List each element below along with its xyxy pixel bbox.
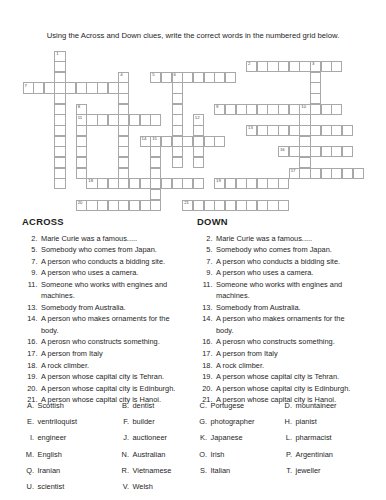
grid-cell-r8-c15[interactable] — [182, 136, 193, 147]
down-clue-text-5: Somebody who comes from Japan. — [216, 245, 332, 254]
word-bank-item-F: F.builder — [117, 414, 195, 430]
word-bank-word-T: jeweller — [296, 466, 321, 475]
word-bank-item-J: J.auctioneer — [117, 430, 195, 446]
grid-cell-r6-c11[interactable] — [140, 114, 151, 125]
grid-cell-r5-c18[interactable]: 9 — [214, 104, 225, 115]
across-clue-11: 11.Someone who works with engines andmac… — [22, 279, 194, 302]
grid-cell-r3-c9[interactable] — [118, 82, 129, 93]
grid-cell-r3-c4[interactable] — [65, 82, 76, 93]
word-bank-word-S: Italian — [211, 466, 231, 475]
across-clue-number-5: 5. — [22, 244, 38, 256]
grid-cell-r14-c5[interactable]: 20 — [76, 200, 87, 211]
word-bank-letter-I: I. — [22, 430, 34, 446]
grid-cell-r12-c3[interactable] — [54, 178, 65, 189]
word-bank-word-J: auctioneer — [133, 433, 168, 442]
grid-cell-r10-c9[interactable] — [118, 157, 129, 168]
grid-cell-r6-c16[interactable]: 12 — [193, 114, 204, 125]
grid-cell-r6-c8[interactable] — [108, 114, 119, 125]
grid-cell-r5-c20[interactable] — [236, 104, 247, 115]
grid-cell-r9-c28[interactable] — [321, 146, 332, 157]
grid-cell-r12-c6[interactable]: 18 — [86, 178, 97, 189]
grid-cell-r12-c7[interactable] — [97, 178, 108, 189]
word-bank-letter-E: E. — [22, 414, 34, 430]
word-bank-word-V: Welsh — [133, 482, 153, 491]
down-clue-19: 19.A person whose capital city is Tehran… — [197, 371, 377, 383]
word-bank-letter-U: U. — [22, 479, 34, 495]
grid-cell-r14-c21[interactable] — [246, 200, 257, 211]
word-bank-letter-K: K. — [195, 430, 207, 446]
grid-cell-r5-c3[interactable] — [54, 104, 65, 115]
word-bank-item-U: U.scientist — [22, 479, 117, 495]
across-clue-text-13: Somebody from Australia. — [41, 303, 126, 312]
grid-cell-r9-c5[interactable] — [76, 146, 87, 157]
grid-cell-r11-c28[interactable] — [321, 168, 332, 179]
grid-cell-r11-c30[interactable] — [342, 168, 353, 179]
grid-cell-r11-c3[interactable] — [54, 168, 65, 179]
down-clue-number-7: 7. — [197, 256, 213, 268]
grid-cell-r9-c30[interactable] — [342, 146, 353, 157]
across-clue-20: 20.A person whose capital city is Edinbu… — [22, 383, 194, 395]
down-clue-text-19: A person whose capital city is Tehran. — [216, 372, 339, 381]
down-clue-5: 5.Somebody who comes from Japan. — [197, 244, 377, 256]
grid-cell-r6-c5[interactable]: 11 — [76, 114, 87, 125]
grid-cell-r9-c9[interactable] — [118, 146, 129, 157]
grid-cell-r7-c16[interactable] — [193, 125, 204, 136]
across-clue-text-19: A person whose capital city is Tehran. — [41, 372, 164, 381]
across-clue-number-13: 13. — [22, 302, 38, 314]
grid-cell-r11-c12[interactable] — [150, 168, 161, 179]
across-clue-14: 14.A person who makes ornaments for theb… — [22, 313, 194, 336]
across-clue-text-2: Marie Curie was a famous..... — [41, 234, 137, 243]
grid-cell-r6-c26[interactable] — [299, 114, 310, 125]
across-clue-text-9: A person who uses a camera. — [41, 268, 138, 277]
grid-cell-r2-c15[interactable] — [182, 72, 193, 83]
grid-cell-r14-c18[interactable] — [214, 200, 225, 211]
across-heading: ACROSS — [22, 216, 194, 227]
down-clue-2: 2.Marie Curie was a famous..... — [197, 233, 377, 245]
grid-cell-r5-c28[interactable] — [321, 104, 332, 115]
grid-cell-r14-c19[interactable] — [225, 200, 236, 211]
word-bank-item-O: O.Irish — [195, 447, 280, 463]
cell-number-19: 19 — [216, 179, 221, 184]
grid-cell-r12-c11[interactable] — [140, 178, 151, 189]
cell-number-12: 12 — [195, 116, 200, 121]
word-bank-letter-O: O. — [195, 447, 207, 463]
word-bank-item-B: B.dentist — [117, 398, 195, 414]
word-bank-word-M: English — [38, 450, 62, 459]
grid-cell-r12-c14[interactable] — [172, 178, 183, 189]
grid-cell-r7-c26[interactable] — [299, 125, 310, 136]
grid-cell-r3-c0[interactable]: 7 — [23, 82, 34, 93]
grid-cell-r2-c9[interactable]: 4 — [118, 72, 129, 83]
word-bank-letter-R: R. — [117, 463, 129, 479]
grid-cell-r10-c12[interactable] — [150, 157, 161, 168]
grid-cell-r9-c25[interactable] — [289, 146, 300, 157]
grid-cell-r0-c3[interactable]: 1 — [54, 51, 65, 62]
grid-cell-r14-c6[interactable] — [86, 200, 97, 211]
cell-number-8: 8 — [78, 105, 80, 110]
grid-cell-r7-c23[interactable] — [267, 125, 278, 136]
grid-cell-r9-c26[interactable] — [299, 146, 310, 157]
word-bank-word-N: Australian — [133, 450, 166, 459]
word-bank-letter-P: P. — [280, 447, 292, 463]
cell-number-7: 7 — [24, 84, 26, 89]
grid-cell-r12-c20[interactable] — [236, 178, 247, 189]
grid-cell-r12-c16[interactable] — [193, 178, 204, 189]
word-bank-letter-J: J. — [117, 430, 129, 446]
grid-cell-r4-c9[interactable] — [118, 93, 129, 104]
grid-cell-r14-c23[interactable] — [267, 200, 278, 211]
down-section: DOWN 2.Marie Curie was a famous.....5.So… — [197, 216, 377, 406]
grid-cell-r3-c7[interactable] — [97, 82, 108, 93]
down-clue-text-7: A person who conducts a bidding site. — [216, 257, 340, 266]
grid-cell-r8-c5[interactable] — [76, 136, 87, 147]
grid-cell-r13-c12[interactable] — [150, 189, 161, 200]
grid-cell-r9-c14[interactable] — [172, 146, 183, 157]
grid-cell-r8-c11[interactable]: 14 — [140, 136, 151, 147]
down-clue-16: 16.A perosn who constructs something. — [197, 336, 377, 348]
grid-cell-r2-c3[interactable] — [54, 72, 65, 83]
word-bank-word-E: ventriloquist — [38, 417, 77, 426]
grid-cell-r3-c27[interactable] — [310, 82, 321, 93]
grid-cell-r6-c14[interactable] — [172, 114, 183, 125]
word-bank-letter-B: B. — [117, 398, 129, 414]
cell-number-6: 6 — [173, 73, 175, 78]
down-clue-number-20: 20. — [197, 383, 213, 395]
word-bank-item-A: A.Scottish — [22, 398, 117, 414]
word-bank-letter-T: T. — [280, 463, 292, 479]
grid-cell-r10-c26[interactable] — [299, 157, 310, 168]
down-clue-14: 14.A person who makes ornaments for theb… — [197, 313, 377, 336]
word-bank-item-V: V.Welsh — [117, 479, 195, 495]
grid-cell-r7-c29[interactable] — [331, 125, 342, 136]
across-clue-text-17: A person from Italy — [41, 349, 103, 358]
grid-cell-r9-c12[interactable] — [150, 146, 161, 157]
grid-cell-r5-c26[interactable]: 10 — [299, 104, 310, 115]
worksheet-page: Using the Across and Down clues, write t… — [0, 0, 386, 500]
grid-cell-r12-c15[interactable] — [182, 178, 193, 189]
across-clue-number-17: 17. — [22, 348, 38, 360]
grid-cell-r14-c11[interactable] — [140, 200, 151, 211]
word-bank-item-C: C.Portugese — [195, 398, 280, 414]
down-clue-list: 2.Marie Curie was a famous.....5.Somebod… — [197, 233, 377, 406]
grid-cell-r14-c17[interactable] — [204, 200, 215, 211]
down-clue-number-5: 5. — [197, 244, 213, 256]
down-clue-text-20: A person whose capital city is Edinburgh… — [216, 384, 350, 393]
cell-number-14: 14 — [142, 137, 147, 142]
grid-cell-r4-c14[interactable] — [172, 93, 183, 104]
grid-cell-r14-c20[interactable] — [236, 200, 247, 211]
grid-cell-r12-c13[interactable] — [161, 178, 172, 189]
grid-cell-r6-c9[interactable] — [118, 114, 129, 125]
down-clue-9: 9.A person who uses a camera. — [197, 267, 377, 279]
grid-cell-r7-c21[interactable]: 13 — [246, 125, 257, 136]
grid-cell-r7-c30[interactable] — [342, 125, 353, 136]
across-clue-number-16: 16. — [22, 336, 38, 348]
across-clue-number-14: 14. — [22, 313, 38, 325]
cell-number-18: 18 — [88, 179, 93, 184]
grid-cell-r7-c28[interactable] — [321, 125, 332, 136]
down-clue-number-11: 11. — [197, 279, 213, 291]
word-bank-item-N: N.Australian — [117, 447, 195, 463]
grid-cell-r11-c29[interactable] — [331, 168, 342, 179]
word-bank-item-E: E.ventriloquist — [22, 414, 117, 430]
grid-cell-r5-c5[interactable]: 8 — [76, 104, 87, 115]
down-clue-number-19: 19. — [197, 371, 213, 383]
cell-number-1: 1 — [56, 52, 58, 57]
down-clue-text-9: A person who uses a camera. — [216, 268, 313, 277]
cell-number-11: 11 — [78, 116, 82, 121]
grid-cell-r14-c22[interactable] — [257, 200, 268, 211]
grid-cell-r9-c29[interactable] — [331, 146, 342, 157]
down-clue-13: 13.Somebody from Australia. — [197, 302, 377, 314]
grid-cell-r8-c17[interactable] — [204, 136, 215, 147]
across-clue-number-20: 20. — [22, 383, 38, 395]
grid-cell-r1-c22[interactable] — [257, 61, 268, 72]
word-bank-word-Q: Iranian — [38, 466, 61, 475]
grid-cell-r12-c19[interactable] — [225, 178, 236, 189]
word-bank-letter-G: G. — [195, 414, 207, 430]
grid-cell-r8-c26[interactable] — [299, 136, 310, 147]
grid-cell-r1-c27[interactable]: 3 — [310, 61, 321, 72]
grid-cell-r3-c3[interactable] — [54, 82, 65, 93]
word-bank-item-S: S.Italian — [195, 463, 280, 479]
grid-cell-r12-c22[interactable] — [257, 178, 268, 189]
grid-cell-r10-c5[interactable] — [76, 157, 87, 168]
grid-cell-r12-c18[interactable]: 19 — [214, 178, 225, 189]
grid-cell-r3-c8[interactable] — [108, 82, 119, 93]
grid-cell-r12-c10[interactable] — [129, 178, 140, 189]
word-bank-item-R: R.Vietnamese — [117, 463, 195, 479]
grid-cell-r10-c3[interactable] — [54, 157, 65, 168]
grid-cell-r11-c5[interactable] — [76, 168, 87, 179]
grid-cell-r3-c5[interactable] — [76, 82, 87, 93]
grid-cell-r2-c17[interactable] — [204, 72, 215, 83]
across-clue-number-19: 19. — [22, 371, 38, 383]
grid-cell-r6-c6[interactable] — [86, 114, 97, 125]
word-bank-word-H: pianist — [296, 417, 317, 426]
grid-cell-r3-c2[interactable] — [44, 82, 55, 93]
across-clue-18: 18.A rock climber. — [22, 360, 194, 372]
grid-cell-r1-c26[interactable] — [299, 61, 310, 72]
word-bank-item-K: K.Japanese — [195, 430, 280, 446]
cell-number-13: 13 — [248, 126, 253, 131]
across-clue-text-7: A person who conducts a bidding site. — [41, 257, 165, 266]
grid-cell-r12-c9[interactable] — [118, 178, 129, 189]
grid-cell-r14-c9[interactable] — [118, 200, 129, 211]
grid-cell-r5-c21[interactable] — [246, 104, 257, 115]
down-clue-text-13: Somebody from Australia. — [216, 303, 301, 312]
down-clue-number-18: 18. — [197, 360, 213, 372]
grid-cell-r14-c12[interactable] — [150, 200, 161, 211]
word-bank-letter-C: C. — [195, 398, 207, 414]
grid-cell-r8-c3[interactable] — [54, 136, 65, 147]
crossword-grid: 123456789101112131415161718192021 — [23, 51, 365, 211]
grid-cell-r7-c14[interactable] — [172, 125, 183, 136]
grid-cell-r1-c3[interactable] — [54, 61, 65, 72]
grid-cell-r3-c14[interactable] — [172, 82, 183, 93]
grid-cell-r1-c28[interactable] — [321, 61, 332, 72]
cell-number-21: 21 — [184, 201, 189, 206]
word-bank-letter-S: S. — [195, 463, 207, 479]
word-bank-letter-N: N. — [117, 447, 129, 463]
cell-number-3: 3 — [312, 62, 314, 67]
word-bank-letter-A: A. — [22, 398, 34, 414]
down-clue-number-17: 17. — [197, 348, 213, 360]
down-clue-17: 17.A person from Italy — [197, 348, 377, 360]
down-clue-number-13: 13. — [197, 302, 213, 314]
grid-cell-r5-c14[interactable] — [172, 104, 183, 115]
grid-cell-r7-c3[interactable] — [54, 125, 65, 136]
grid-cell-r1-c25[interactable] — [289, 61, 300, 72]
grid-cell-r2-c16[interactable] — [193, 72, 204, 83]
grid-cell-r7-c27[interactable] — [310, 125, 321, 136]
grid-cell-r8-c18[interactable] — [214, 136, 225, 147]
word-bank-word-R: Vietnamese — [133, 466, 172, 475]
grid-cell-r1-c29[interactable] — [331, 61, 342, 72]
word-bank-word-D: mountaineer — [296, 401, 337, 410]
grid-cell-r6-c10[interactable] — [129, 114, 140, 125]
word-bank-item-G: G.photographer — [195, 414, 280, 430]
grid-cell-r2-c19[interactable] — [225, 72, 236, 83]
grid-cell-r14-c15[interactable]: 21 — [182, 200, 193, 211]
grid-cell-r12-c12[interactable] — [150, 178, 161, 189]
word-bank-item-T: T.jeweller — [280, 463, 378, 479]
down-clue-20: 20.A person whose capital city is Edinbu… — [197, 383, 377, 395]
cell-number-10: 10 — [301, 105, 306, 110]
grid-cell-r9-c24[interactable]: 16 — [278, 146, 289, 157]
grid-cell-r11-c25[interactable]: 17 — [289, 168, 300, 179]
across-clue-13: 13.Somebody from Australia. — [22, 302, 194, 314]
down-clue-number-9: 9. — [197, 267, 213, 279]
grid-cell-r11-c27[interactable] — [310, 168, 321, 179]
down-clue-text-2: Marie Curie was a famous..... — [216, 234, 312, 243]
grid-cell-r12-c23[interactable] — [267, 178, 278, 189]
grid-cell-r2-c13[interactable] — [161, 72, 172, 83]
grid-cell-r5-c22[interactable] — [257, 104, 268, 115]
grid-cell-r7-c9[interactable] — [118, 125, 129, 136]
down-clue-text-18: A rock climber. — [216, 361, 264, 370]
grid-cell-r5-c24[interactable] — [278, 104, 289, 115]
down-clue-text-17: A person from Italy — [216, 349, 278, 358]
across-clue-7: 7.A person who conducts a bidding site. — [22, 256, 194, 268]
grid-cell-r9-c16[interactable] — [193, 146, 204, 157]
word-bank-word-K: Japanese — [211, 433, 243, 442]
grid-cell-r8-c13[interactable] — [161, 136, 172, 147]
grid-cell-r6-c12[interactable] — [150, 114, 161, 125]
word-bank: A.ScottishB.dentistC.PortugeseD.mountain… — [22, 398, 378, 495]
grid-cell-r7-c25[interactable] — [289, 125, 300, 136]
cell-number-17: 17 — [291, 169, 296, 174]
word-bank-word-F: builder — [133, 417, 155, 426]
grid-cell-r6-c3[interactable] — [54, 114, 65, 125]
grid-cell-r3-c1[interactable] — [33, 82, 44, 93]
down-clue-text-16: A perosn who constructs something. — [216, 337, 335, 346]
word-bank-letter-L: L. — [280, 430, 292, 446]
across-section: ACROSS 2.Marie Curie was a famous.....5.… — [22, 216, 194, 406]
word-bank-word-P: Argentinian — [296, 450, 333, 459]
word-bank-letter-D: D. — [280, 398, 292, 414]
grid-cell-r2-c14[interactable]: 6 — [172, 72, 183, 83]
grid-cell-r1-c21[interactable]: 2 — [246, 61, 257, 72]
grid-cell-r7-c5[interactable] — [76, 125, 87, 136]
grid-cell-r1-c24[interactable] — [278, 61, 289, 72]
grid-cell-r12-c24[interactable] — [278, 178, 289, 189]
word-bank-item-I: I.engineer — [22, 430, 117, 446]
grid-cell-r11-c9[interactable] — [118, 168, 129, 179]
grid-cell-r5-c27[interactable] — [310, 104, 321, 115]
grid-cell-r8-c14[interactable] — [172, 136, 183, 147]
across-clue-9: 9.A person who uses a camera. — [22, 267, 194, 279]
word-bank-letter-Q: Q. — [22, 463, 34, 479]
grid-cell-r11-c31[interactable] — [353, 168, 364, 179]
across-clue-text-14: A person who makes ornaments for thebody… — [41, 314, 170, 335]
across-clue-text-11: Someone who works with engines andmachin… — [41, 280, 167, 301]
grid-cell-r10-c16[interactable] — [193, 157, 204, 168]
down-clue-number-2: 2. — [197, 233, 213, 245]
grid-cell-r4-c3[interactable] — [54, 93, 65, 104]
down-clue-text-11: Someone who works with engines andmachin… — [216, 280, 342, 301]
grid-cell-r4-c27[interactable] — [310, 93, 321, 104]
grid-cell-r9-c3[interactable] — [54, 146, 65, 157]
grid-cell-r14-c8[interactable] — [108, 200, 119, 211]
word-bank-word-I: engineer — [38, 433, 67, 442]
word-bank-word-C: Portugese — [211, 401, 245, 410]
grid-cell-r9-c27[interactable] — [310, 146, 321, 157]
cell-number-4: 4 — [120, 73, 122, 78]
word-bank-item-Q: Q.Iranian — [22, 463, 117, 479]
word-bank-item-M: M.English — [22, 447, 117, 463]
grid-cell-r12-c8[interactable] — [108, 178, 119, 189]
grid-cell-r7-c24[interactable] — [278, 125, 289, 136]
across-clue-number-18: 18. — [22, 360, 38, 372]
down-clue-18: 18.A rock climber. — [197, 360, 377, 372]
grid-cell-r11-c26[interactable] — [299, 168, 310, 179]
cell-number-5: 5 — [152, 73, 154, 78]
grid-cell-r5-c25[interactable] — [289, 104, 300, 115]
grid-cell-r5-c29[interactable] — [331, 104, 342, 115]
grid-cell-r7-c22[interactable] — [257, 125, 268, 136]
grid-cell-r5-c23[interactable] — [267, 104, 278, 115]
grid-cell-r8-c9[interactable] — [118, 136, 129, 147]
grid-cell-r14-c10[interactable] — [129, 200, 140, 211]
across-clue-text-20: A person whose capital city is Edinburgh… — [41, 384, 175, 393]
grid-cell-r2-c12[interactable]: 5 — [150, 72, 161, 83]
grid-cell-r14-c24[interactable] — [278, 200, 289, 211]
grid-cell-r2-c27[interactable] — [310, 72, 321, 83]
grid-cell-r12-c21[interactable] — [246, 178, 257, 189]
word-bank-word-G: photographer — [211, 417, 255, 426]
word-bank-letter-H: H. — [280, 414, 292, 430]
word-bank-letter-F: F. — [117, 414, 129, 430]
grid-cell-r1-c23[interactable] — [267, 61, 278, 72]
grid-cell-r8-c16[interactable] — [193, 136, 204, 147]
grid-cell-r10-c14[interactable] — [172, 157, 183, 168]
grid-cell-r14-c16[interactable] — [193, 200, 204, 211]
across-clue-2: 2.Marie Curie was a famous..... — [22, 233, 194, 245]
down-clue-text-14: A person who makes ornaments for thebody… — [216, 314, 345, 335]
grid-cell-r6-c7[interactable] — [97, 114, 108, 125]
word-bank-item-P: P.Argentinian — [280, 447, 378, 463]
grid-cell-r2-c18[interactable] — [214, 72, 225, 83]
grid-cell-r14-c7[interactable] — [97, 200, 108, 211]
word-bank-letter-V: V. — [117, 479, 129, 495]
cell-number-15: 15 — [152, 137, 157, 142]
grid-cell-r5-c19[interactable] — [225, 104, 236, 115]
grid-cell-r8-c12[interactable]: 15 — [150, 136, 161, 147]
grid-cell-r5-c9[interactable] — [118, 104, 129, 115]
grid-cell-r3-c6[interactable] — [86, 82, 97, 93]
